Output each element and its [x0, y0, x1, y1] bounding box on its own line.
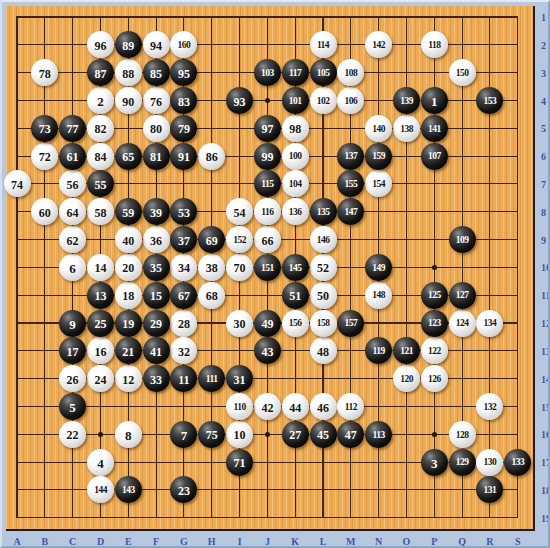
- row-label-5: 5: [541, 123, 546, 134]
- stone-move-number: 14: [95, 262, 107, 274]
- row-label-3: 3: [541, 67, 546, 78]
- stone-move-number: 96: [95, 39, 107, 51]
- stone-white-128-Q16[interactable]: 128: [449, 421, 476, 448]
- stone-black-3-P17[interactable]: 3: [421, 449, 448, 476]
- stone-move-number: 10: [234, 429, 246, 441]
- stone-black-143-E18[interactable]: 143: [115, 476, 142, 503]
- stone-white-100-K6[interactable]: 100: [282, 143, 309, 170]
- stone-move-number: 111: [206, 374, 218, 384]
- stone-black-43-J13[interactable]: 43: [254, 337, 281, 364]
- stone-white-108-M3[interactable]: 108: [337, 59, 364, 86]
- stone-black-135-L8[interactable]: 135: [310, 198, 337, 225]
- stone-black-139-O4[interactable]: 139: [393, 87, 420, 114]
- stone-move-number: 18: [122, 290, 134, 302]
- stone-black-81-F6[interactable]: 81: [143, 143, 170, 170]
- stone-black-59-E8[interactable]: 59: [115, 198, 142, 225]
- column-label-J: J: [265, 536, 270, 547]
- stone-white-136-K8[interactable]: 136: [282, 198, 309, 225]
- stone-black-125-P11[interactable]: 125: [421, 282, 448, 309]
- stone-white-4-D17[interactable]: 4: [87, 449, 114, 476]
- stone-white-160-G2[interactable]: 160: [170, 31, 197, 58]
- stone-white-8-E16[interactable]: 8: [115, 421, 142, 448]
- stone-black-105-L3[interactable]: 105: [310, 59, 337, 86]
- stone-black-157-M12[interactable]: 157: [337, 310, 364, 337]
- stone-move-number: 45: [317, 429, 329, 441]
- stone-move-number: 6: [69, 261, 76, 274]
- stone-white-30-I12[interactable]: 30: [226, 310, 253, 337]
- stone-black-109-Q9[interactable]: 109: [449, 226, 476, 253]
- stone-move-number: 138: [400, 124, 413, 134]
- stone-white-118-P2[interactable]: 118: [421, 31, 448, 58]
- stone-black-83-G4[interactable]: 83: [170, 87, 197, 114]
- stone-black-29-F12[interactable]: 29: [143, 310, 170, 337]
- stone-move-number: 158: [317, 319, 330, 329]
- stone-move-number: 95: [178, 67, 190, 79]
- stone-white-28-G12[interactable]: 28: [170, 310, 197, 337]
- stone-black-27-K16[interactable]: 27: [282, 421, 309, 448]
- stone-black-93-I4[interactable]: 93: [226, 87, 253, 114]
- row-label-4: 4: [541, 95, 546, 106]
- stone-move-number: 94: [150, 39, 162, 51]
- stone-black-61-C6[interactable]: 61: [59, 143, 86, 170]
- stone-black-137-M6[interactable]: 137: [337, 143, 364, 170]
- stone-black-5-C15[interactable]: 5: [59, 393, 86, 420]
- stone-move-number: 100: [289, 152, 302, 162]
- stone-black-147-M8[interactable]: 147: [337, 198, 364, 225]
- stone-white-76-F4[interactable]: 76: [143, 87, 170, 114]
- stone-move-number: 131: [484, 486, 497, 496]
- stone-white-122-P13[interactable]: 122: [421, 337, 448, 364]
- stone-move-number: 152: [233, 235, 246, 245]
- stone-white-70-I10[interactable]: 70: [226, 254, 253, 281]
- stone-white-134-R12[interactable]: 134: [476, 310, 503, 337]
- stone-move-number: 106: [344, 96, 357, 106]
- stone-black-77-C5[interactable]: 77: [59, 115, 86, 142]
- stone-black-127-Q11[interactable]: 127: [449, 282, 476, 309]
- stone-move-number: 156: [289, 319, 302, 329]
- stone-move-number: 23: [178, 484, 190, 496]
- stone-black-15-F11[interactable]: 15: [143, 282, 170, 309]
- stone-black-9-C12[interactable]: 9: [59, 310, 86, 337]
- stone-move-number: 125: [428, 291, 441, 301]
- grid-line-horizontal: [16, 517, 518, 518]
- stone-white-18-E11[interactable]: 18: [115, 282, 142, 309]
- stone-move-number: 51: [289, 290, 301, 302]
- stone-move-number: 75: [206, 429, 218, 441]
- stone-black-65-E6[interactable]: 65: [115, 143, 142, 170]
- stone-white-74-A7[interactable]: 74: [4, 170, 31, 197]
- stone-black-145-K10[interactable]: 145: [282, 254, 309, 281]
- stone-black-91-G6[interactable]: 91: [170, 143, 197, 170]
- stone-white-12-E14[interactable]: 12: [115, 365, 142, 392]
- stone-move-number: 76: [150, 95, 162, 107]
- column-labels: ABCDEFGHIJKLMNOPQRS: [2, 531, 550, 548]
- hoshi-J4: [265, 98, 270, 103]
- stone-move-number: 80: [150, 123, 162, 135]
- stone-white-104-K7[interactable]: 104: [282, 170, 309, 197]
- stone-white-66-J9[interactable]: 66: [254, 226, 281, 253]
- stone-move-number: 33: [150, 373, 162, 385]
- row-label-17: 17: [541, 457, 550, 468]
- stone-move-number: 3: [431, 456, 438, 469]
- stone-move-number: 26: [67, 373, 79, 385]
- stone-black-33-F14[interactable]: 33: [143, 365, 170, 392]
- stone-white-94-F2[interactable]: 94: [143, 31, 170, 58]
- stone-move-number: 110: [233, 402, 245, 412]
- stone-black-97-J5[interactable]: 97: [254, 115, 281, 142]
- stone-white-98-K5[interactable]: 98: [282, 115, 309, 142]
- stone-move-number: 4: [97, 456, 104, 469]
- stone-black-115-J7[interactable]: 115: [254, 170, 281, 197]
- stone-white-114-L2[interactable]: 114: [310, 31, 337, 58]
- stone-black-1-P4[interactable]: 1: [421, 87, 448, 114]
- stone-move-number: 72: [39, 151, 51, 163]
- stone-black-111-H14[interactable]: 111: [198, 365, 225, 392]
- stone-white-46-L15[interactable]: 46: [310, 393, 337, 420]
- stone-white-48-L13[interactable]: 48: [310, 337, 337, 364]
- stone-move-number: 109: [456, 235, 469, 245]
- stone-white-52-L10[interactable]: 52: [310, 254, 337, 281]
- stone-white-14-D10[interactable]: 14: [87, 254, 114, 281]
- stone-move-number: 81: [150, 151, 162, 163]
- stone-black-7-G16[interactable]: 7: [170, 421, 197, 448]
- stone-black-107-P6[interactable]: 107: [421, 143, 448, 170]
- stone-black-129-Q17[interactable]: 129: [449, 449, 476, 476]
- stone-move-number: 150: [456, 68, 469, 78]
- stone-white-26-C14[interactable]: 26: [59, 365, 86, 392]
- stone-white-152-I9[interactable]: 152: [226, 226, 253, 253]
- stone-black-101-K4[interactable]: 101: [282, 87, 309, 114]
- stone-white-78-B3[interactable]: 78: [31, 59, 58, 86]
- stone-move-number: 34: [178, 262, 190, 274]
- stone-white-20-E10[interactable]: 20: [115, 254, 142, 281]
- stone-move-number: 48: [317, 345, 329, 357]
- stone-white-68-H11[interactable]: 68: [198, 282, 225, 309]
- stone-white-110-I15[interactable]: 110: [226, 393, 253, 420]
- stone-white-150-Q3[interactable]: 150: [449, 59, 476, 86]
- stone-move-number: 12: [122, 373, 134, 385]
- stone-black-119-N13[interactable]: 119: [365, 337, 392, 364]
- stone-white-24-D14[interactable]: 24: [87, 365, 114, 392]
- stone-white-38-H10[interactable]: 38: [198, 254, 225, 281]
- stone-move-number: 155: [344, 180, 357, 190]
- stone-move-number: 116: [261, 207, 273, 217]
- row-label-2: 2: [541, 39, 546, 50]
- stone-black-13-D11[interactable]: 13: [87, 282, 114, 309]
- stone-black-95-G3[interactable]: 95: [170, 59, 197, 86]
- column-label-D: D: [97, 536, 104, 547]
- stone-move-number: 54: [234, 206, 246, 218]
- stone-white-102-L4[interactable]: 102: [310, 87, 337, 114]
- stone-move-number: 146: [317, 235, 330, 245]
- stone-black-37-G9[interactable]: 37: [170, 226, 197, 253]
- stone-black-41-F13[interactable]: 41: [143, 337, 170, 364]
- stone-move-number: 135: [317, 207, 330, 217]
- stone-black-113-N16[interactable]: 113: [365, 421, 392, 448]
- stone-black-47-M16[interactable]: 47: [337, 421, 364, 448]
- column-label-N: N: [375, 536, 382, 547]
- column-label-O: O: [403, 536, 411, 547]
- stone-move-number: 58: [95, 206, 107, 218]
- stone-move-number: 68: [206, 290, 218, 302]
- stone-move-number: 16: [95, 345, 107, 357]
- stone-white-80-F5[interactable]: 80: [143, 115, 170, 142]
- stone-move-number: 119: [373, 347, 385, 357]
- stone-white-116-J8[interactable]: 116: [254, 198, 281, 225]
- stone-move-number: 15: [150, 290, 162, 302]
- stone-white-146-L9[interactable]: 146: [310, 226, 337, 253]
- stone-move-number: 56: [67, 178, 79, 190]
- stone-black-117-K3[interactable]: 117: [282, 59, 309, 86]
- stone-move-number: 157: [344, 319, 357, 329]
- stone-white-82-D5[interactable]: 82: [87, 115, 114, 142]
- stone-move-number: 19: [122, 318, 134, 330]
- stone-white-58-D8[interactable]: 58: [87, 198, 114, 225]
- stone-move-number: 121: [400, 347, 413, 357]
- stone-white-158-L12[interactable]: 158: [310, 310, 337, 337]
- stone-move-number: 99: [261, 151, 273, 163]
- stone-white-96-D2[interactable]: 96: [87, 31, 114, 58]
- stone-black-141-P5[interactable]: 141: [421, 115, 448, 142]
- stone-black-123-P12[interactable]: 123: [421, 310, 448, 337]
- stone-white-64-C8[interactable]: 64: [59, 198, 86, 225]
- stone-black-133-S17[interactable]: 133: [504, 449, 531, 476]
- stone-move-number: 28: [178, 318, 190, 330]
- stone-black-149-N10[interactable]: 149: [365, 254, 392, 281]
- column-label-G: G: [180, 536, 188, 547]
- column-label-H: H: [208, 536, 216, 547]
- stone-white-156-K12[interactable]: 156: [282, 310, 309, 337]
- stone-white-132-R15[interactable]: 132: [476, 393, 503, 420]
- stone-white-2-D4[interactable]: 2: [87, 87, 114, 114]
- stone-move-number: 128: [456, 430, 469, 440]
- stone-move-number: 40: [122, 234, 134, 246]
- stone-move-number: 107: [428, 152, 441, 162]
- stone-black-31-I14[interactable]: 31: [226, 365, 253, 392]
- stone-move-number: 104: [289, 180, 302, 190]
- stone-white-56-C7[interactable]: 56: [59, 170, 86, 197]
- stone-black-45-L16[interactable]: 45: [310, 421, 337, 448]
- stone-black-49-J12[interactable]: 49: [254, 310, 281, 337]
- stone-move-number: 43: [261, 345, 273, 357]
- stone-white-44-K15[interactable]: 44: [282, 393, 309, 420]
- stone-move-number: 140: [372, 124, 385, 134]
- stone-move-number: 71: [234, 457, 246, 469]
- row-label-13: 13: [541, 345, 550, 356]
- stone-move-number: 42: [261, 401, 273, 413]
- stone-move-number: 129: [456, 458, 469, 468]
- stone-move-number: 79: [178, 123, 190, 135]
- stone-move-number: 46: [317, 401, 329, 413]
- stone-black-21-E13[interactable]: 21: [115, 337, 142, 364]
- stone-white-84-D6[interactable]: 84: [87, 143, 114, 170]
- stone-black-51-K11[interactable]: 51: [282, 282, 309, 309]
- stone-move-number: 90: [122, 95, 134, 107]
- stone-move-number: 39: [150, 206, 162, 218]
- stone-move-number: 17: [67, 345, 79, 357]
- stone-move-number: 127: [456, 291, 469, 301]
- stone-white-34-G10[interactable]: 34: [170, 254, 197, 281]
- stone-move-number: 35: [150, 262, 162, 274]
- row-label-18: 18: [541, 484, 550, 495]
- stone-move-number: 160: [178, 41, 191, 51]
- column-label-A: A: [13, 536, 20, 547]
- stone-move-number: 59: [122, 206, 134, 218]
- stone-white-126-P14[interactable]: 126: [421, 365, 448, 392]
- stone-white-138-O5[interactable]: 138: [393, 115, 420, 142]
- stone-black-55-D7[interactable]: 55: [87, 170, 114, 197]
- stone-move-number: 82: [95, 123, 107, 135]
- stone-black-17-C13[interactable]: 17: [59, 337, 86, 364]
- stone-white-142-N2[interactable]: 142: [365, 31, 392, 58]
- stone-black-159-N6[interactable]: 159: [365, 143, 392, 170]
- stone-move-number: 44: [289, 401, 301, 413]
- stone-move-number: 102: [317, 96, 330, 106]
- stone-white-22-C16[interactable]: 22: [59, 421, 86, 448]
- stone-white-124-Q12[interactable]: 124: [449, 310, 476, 337]
- stone-move-number: 142: [372, 41, 385, 51]
- stone-black-25-D12[interactable]: 25: [87, 310, 114, 337]
- stone-white-144-D18[interactable]: 144: [87, 476, 114, 503]
- stone-white-6-C10[interactable]: 6: [59, 254, 86, 281]
- stone-move-number: 153: [484, 96, 497, 106]
- stone-move-number: 141: [428, 124, 441, 134]
- stone-move-number: 108: [344, 68, 357, 78]
- stone-black-79-G5[interactable]: 79: [170, 115, 197, 142]
- stone-white-16-D13[interactable]: 16: [87, 337, 114, 364]
- stone-move-number: 147: [344, 207, 357, 217]
- stone-move-number: 60: [39, 206, 51, 218]
- stone-move-number: 13: [95, 290, 107, 302]
- stone-move-number: 55: [95, 178, 107, 190]
- stone-white-50-L11[interactable]: 50: [310, 282, 337, 309]
- stone-black-67-G11[interactable]: 67: [170, 282, 197, 309]
- stone-black-89-E2[interactable]: 89: [115, 31, 142, 58]
- stone-move-number: 67: [178, 290, 190, 302]
- stone-white-40-E9[interactable]: 40: [115, 226, 142, 253]
- stone-move-number: 139: [400, 96, 413, 106]
- row-labels: 12345678910111213141516171819: [535, 2, 550, 548]
- stone-move-number: 134: [484, 319, 497, 329]
- stone-white-106-M4[interactable]: 106: [337, 87, 364, 114]
- stone-black-85-F3[interactable]: 85: [143, 59, 170, 86]
- stone-white-36-F9[interactable]: 36: [143, 226, 170, 253]
- stone-move-number: 151: [261, 263, 274, 273]
- row-label-10: 10: [541, 262, 550, 273]
- stone-white-88-E3[interactable]: 88: [115, 59, 142, 86]
- stone-white-10-I16[interactable]: 10: [226, 421, 253, 448]
- stone-black-151-J10[interactable]: 151: [254, 254, 281, 281]
- stone-move-number: 148: [372, 291, 385, 301]
- stone-white-62-C9[interactable]: 62: [59, 226, 86, 253]
- stone-move-number: 73: [39, 123, 51, 135]
- stone-move-number: 159: [372, 152, 385, 162]
- stone-white-90-E4[interactable]: 90: [115, 87, 142, 114]
- stone-move-number: 47: [345, 429, 357, 441]
- stone-move-number: 85: [150, 67, 162, 79]
- stone-black-23-G18[interactable]: 23: [170, 476, 197, 503]
- row-label-16: 16: [541, 429, 550, 440]
- stone-move-number: 22: [67, 429, 79, 441]
- goban-frame: 1234567891011121314151617181920212223242…: [0, 0, 550, 548]
- stone-black-19-E12[interactable]: 19: [115, 310, 142, 337]
- stone-white-140-N5[interactable]: 140: [365, 115, 392, 142]
- stone-white-42-J15[interactable]: 42: [254, 393, 281, 420]
- stone-move-number: 24: [95, 373, 107, 385]
- stone-black-71-I17[interactable]: 71: [226, 449, 253, 476]
- stone-black-131-R18[interactable]: 131: [476, 476, 503, 503]
- column-label-K: K: [291, 536, 299, 547]
- column-label-S: S: [515, 536, 521, 547]
- stone-move-number: 144: [94, 486, 107, 496]
- row-label-9: 9: [541, 234, 546, 245]
- stone-move-number: 37: [178, 234, 190, 246]
- hoshi-P10: [432, 265, 437, 270]
- column-label-I: I: [238, 536, 242, 547]
- stone-white-54-I8[interactable]: 54: [226, 198, 253, 225]
- stone-move-number: 136: [289, 207, 302, 217]
- stone-black-87-D3[interactable]: 87: [87, 59, 114, 86]
- stone-move-number: 91: [178, 151, 190, 163]
- column-label-C: C: [69, 536, 76, 547]
- stone-move-number: 65: [122, 151, 134, 163]
- stone-move-number: 124: [456, 319, 469, 329]
- stone-black-11-G14[interactable]: 11: [170, 365, 197, 392]
- stone-white-60-B8[interactable]: 60: [31, 198, 58, 225]
- stone-move-number: 117: [289, 68, 301, 78]
- stone-move-number: 122: [428, 347, 441, 357]
- column-label-P: P: [431, 536, 437, 547]
- stone-move-number: 137: [344, 152, 357, 162]
- stone-black-103-J3[interactable]: 103: [254, 59, 281, 86]
- stone-black-153-R4[interactable]: 153: [476, 87, 503, 114]
- stone-black-73-B5[interactable]: 73: [31, 115, 58, 142]
- stone-black-53-G8[interactable]: 53: [170, 198, 197, 225]
- stone-white-130-R17[interactable]: 130: [476, 449, 503, 476]
- stone-move-number: 118: [428, 41, 440, 51]
- stone-white-148-N11[interactable]: 148: [365, 282, 392, 309]
- stone-move-number: 64: [67, 206, 79, 218]
- stone-black-35-F10[interactable]: 35: [143, 254, 170, 281]
- stone-move-number: 27: [289, 429, 301, 441]
- stone-white-112-M15[interactable]: 112: [337, 393, 364, 420]
- goban[interactable]: 1234567891011121314151617181920212223242…: [6, 6, 535, 531]
- stone-move-number: 2: [97, 95, 104, 108]
- stone-black-99-J6[interactable]: 99: [254, 143, 281, 170]
- stone-move-number: 21: [122, 345, 134, 357]
- stone-black-155-M7[interactable]: 155: [337, 170, 364, 197]
- stone-move-number: 38: [206, 262, 218, 274]
- stone-white-86-H6[interactable]: 86: [198, 143, 225, 170]
- stone-move-number: 74: [11, 178, 23, 190]
- column-label-F: F: [153, 536, 159, 547]
- stone-move-number: 98: [289, 123, 301, 135]
- stone-black-69-H9[interactable]: 69: [198, 226, 225, 253]
- grid-line-vertical: [517, 16, 518, 518]
- stone-move-number: 149: [372, 263, 385, 273]
- stone-black-121-O13[interactable]: 121: [393, 337, 420, 364]
- stone-move-number: 130: [484, 458, 497, 468]
- stone-black-39-F8[interactable]: 39: [143, 198, 170, 225]
- stone-white-72-B6[interactable]: 72: [31, 143, 58, 170]
- stone-black-75-H16[interactable]: 75: [198, 421, 225, 448]
- stone-move-number: 25: [95, 318, 107, 330]
- stone-white-154-N7[interactable]: 154: [365, 170, 392, 197]
- stone-move-number: 86: [206, 151, 218, 163]
- stone-move-number: 52: [317, 262, 329, 274]
- stone-white-32-G13[interactable]: 32: [170, 337, 197, 364]
- stone-white-120-O14[interactable]: 120: [393, 365, 420, 392]
